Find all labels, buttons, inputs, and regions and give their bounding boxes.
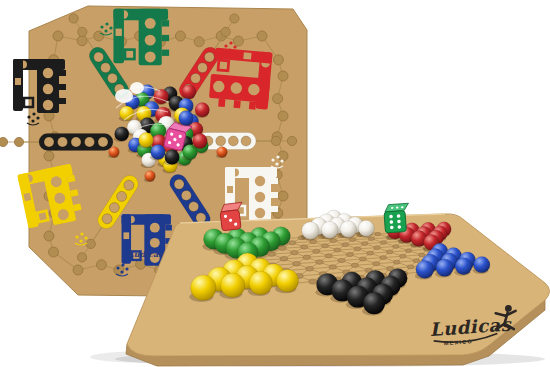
board-hole — [375, 232, 381, 235]
bag-marble-K — [115, 127, 129, 141]
board-hole — [354, 247, 361, 251]
board-hole — [380, 241, 386, 245]
board-hole — [393, 260, 400, 264]
board-hole — [291, 250, 298, 254]
marble-K — [363, 292, 385, 314]
board-hole — [306, 266, 314, 271]
board-hole — [330, 239, 337, 243]
board-hole — [387, 250, 393, 254]
board-hole — [49, 247, 59, 257]
bag-marble-R — [182, 85, 196, 99]
home-black — [13, 59, 66, 113]
board-hole — [273, 94, 283, 104]
marble-Y — [276, 270, 298, 292]
board-hole — [98, 137, 108, 147]
board-hole — [293, 261, 301, 266]
loose-marble-orange — [109, 147, 120, 158]
board-hole — [393, 245, 399, 249]
board-hole — [359, 257, 366, 261]
board-hole — [85, 137, 95, 147]
net-bunch — [115, 89, 133, 103]
board-hole — [53, 31, 63, 41]
board-hole — [325, 254, 332, 258]
board-hole — [278, 111, 288, 121]
board-hole — [241, 136, 251, 146]
board-hole — [400, 254, 406, 258]
board-hole — [94, 31, 104, 41]
board-hole — [329, 265, 337, 269]
board-hole — [309, 279, 317, 284]
board-hole — [44, 231, 54, 241]
board-hole — [361, 242, 367, 246]
bag-marble-B — [179, 111, 194, 126]
board-hole — [216, 136, 226, 146]
board-hole — [289, 241, 296, 245]
board-hole — [233, 36, 243, 46]
marble-Y — [221, 273, 245, 297]
board-hole — [230, 14, 239, 23]
track-black — [39, 134, 113, 151]
board-hole — [351, 263, 358, 267]
marble-W — [321, 221, 338, 238]
board-hole — [96, 260, 106, 270]
back-board-brand-logo: Ludicas — [128, 249, 163, 259]
board-hole — [175, 31, 185, 41]
board-hole — [77, 253, 86, 262]
board-hole — [313, 249, 320, 253]
board-hole — [380, 256, 387, 260]
board-hole — [194, 37, 204, 47]
board-hole — [44, 151, 54, 161]
board-hole — [273, 55, 283, 65]
marble-W — [340, 221, 357, 238]
board-hole — [58, 137, 68, 147]
marble-B — [416, 260, 434, 278]
bag-marble-R — [195, 103, 209, 117]
board-hole — [367, 251, 374, 255]
board-hole — [278, 151, 288, 161]
board-hole — [322, 244, 329, 248]
board-hole — [279, 246, 286, 250]
board-hole — [228, 136, 238, 146]
board-hole — [346, 252, 353, 256]
bag-marble-R — [193, 134, 208, 149]
board-hole — [280, 256, 288, 261]
board-hole — [257, 31, 267, 41]
loose-marble-orange — [145, 171, 156, 182]
board-hole — [278, 191, 288, 201]
board-hole — [278, 71, 288, 81]
marble-B — [455, 258, 472, 275]
marble-Y — [191, 275, 216, 300]
board-hole — [338, 258, 345, 262]
board-hole — [316, 260, 324, 264]
board-hole — [342, 243, 349, 247]
board-hole — [405, 249, 411, 253]
bag-marble-B — [151, 145, 166, 160]
product-photo-scene: Ludicas Ludicas MEXICO — [0, 0, 550, 367]
marble-Y — [249, 271, 272, 294]
marble-B — [474, 256, 490, 272]
board-hole — [301, 245, 308, 249]
board-hole — [334, 248, 341, 252]
board-hole — [287, 136, 296, 145]
board-hole — [413, 259, 419, 263]
bag-marble-Y — [139, 133, 154, 148]
board-hole — [303, 255, 310, 259]
marble-W — [358, 220, 374, 236]
board-hole — [419, 253, 425, 257]
board-hole — [350, 238, 356, 242]
board-hole — [69, 14, 78, 23]
board-hole — [0, 137, 8, 146]
marble-B — [436, 259, 453, 276]
loose-marble-orange — [217, 147, 228, 158]
board-hole — [374, 246, 380, 250]
board-hole — [407, 265, 414, 269]
board-hole — [373, 262, 380, 266]
board-hole — [71, 137, 81, 147]
board-hole — [368, 237, 374, 241]
board-hole — [268, 252, 276, 257]
marble-W — [302, 222, 320, 240]
bag-marble-K — [165, 150, 180, 165]
home-green — [113, 9, 169, 66]
board-hole — [44, 137, 54, 147]
board-hole — [73, 265, 83, 275]
